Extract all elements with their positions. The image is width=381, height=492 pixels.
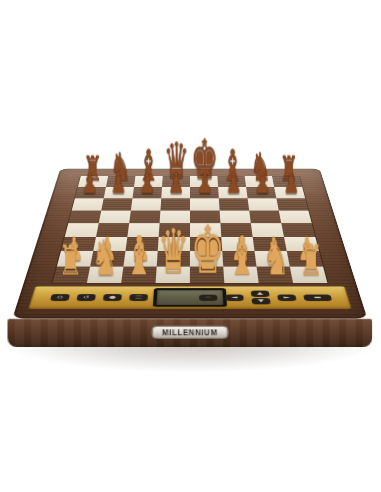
square-f8[interactable]: [217, 176, 246, 187]
right-arrow-icon: ►: [283, 295, 290, 299]
square-e6[interactable]: [190, 198, 220, 210]
control-panel: ⊙↺●☰▭ −◄▲▼►▬: [28, 286, 352, 309]
dot-icon: ●: [109, 295, 117, 299]
square-h2[interactable]: [287, 251, 323, 266]
square-a6[interactable]: [72, 198, 104, 210]
lcd-screen: [156, 290, 223, 305]
down-arrow-icon: ▼: [258, 299, 265, 303]
left-arrow-icon: ◄: [231, 295, 237, 299]
undo-icon: ↺: [83, 295, 90, 299]
square-g1[interactable]: [257, 267, 293, 283]
square-e7[interactable]: [190, 187, 219, 198]
brand-logo: MILLENNIUM: [152, 326, 229, 339]
dash-icon: ▭: [161, 295, 169, 299]
square-d7[interactable]: [161, 187, 190, 198]
square-c7[interactable]: [132, 187, 162, 198]
square-h3[interactable]: [284, 237, 319, 251]
square-h7[interactable]: [274, 187, 305, 198]
button-column: ►: [277, 294, 296, 300]
square-c3[interactable]: [125, 237, 158, 251]
square-g5[interactable]: [249, 211, 281, 224]
square-f7[interactable]: [218, 187, 248, 198]
square-d5[interactable]: [160, 211, 190, 224]
up-arrow-button[interactable]: ▲: [251, 290, 270, 296]
right-arrow-button[interactable]: ►: [277, 294, 296, 300]
square-c2[interactable]: [123, 251, 157, 266]
down-arrow-button[interactable]: ▼: [251, 298, 270, 304]
board-front-edge: MILLENNIUM: [8, 319, 373, 347]
minus-button[interactable]: −: [199, 294, 217, 300]
square-e5[interactable]: [190, 211, 220, 224]
ok-button[interactable]: ▬: [303, 294, 332, 300]
square-f6[interactable]: [219, 198, 249, 210]
square-g4[interactable]: [251, 223, 284, 237]
square-h5[interactable]: [279, 211, 312, 224]
square-a7[interactable]: [75, 187, 106, 198]
square-c5[interactable]: [129, 211, 160, 224]
product-photo: ⊙↺●☰▭ −◄▲▼►▬ MILLENNIUM ♜♞♝♛♚♝♞♜♟♟♟♟♟♟♟♟…: [0, 0, 381, 492]
chess-computer: ⊙↺●☰▭ −◄▲▼►▬ MILLENNIUM ♜♞♝♛♚♝♞♜♟♟♟♟♟♟♟♟…: [12, 169, 367, 319]
menu-icon: ☰: [135, 295, 143, 299]
power-icon: ⊙: [56, 295, 64, 299]
square-b7[interactable]: [104, 187, 134, 198]
square-d4[interactable]: [159, 223, 190, 237]
square-b6[interactable]: [101, 198, 132, 210]
square-f5[interactable]: [220, 211, 251, 224]
square-d8[interactable]: [162, 176, 190, 187]
square-h6[interactable]: [276, 198, 308, 210]
button-column: −: [199, 294, 217, 300]
square-b1[interactable]: [87, 267, 124, 283]
mode-button[interactable]: ▭: [156, 294, 175, 301]
square-h4[interactable]: [281, 223, 315, 237]
square-f2[interactable]: [222, 251, 256, 266]
square-c6[interactable]: [131, 198, 161, 210]
square-e3[interactable]: [190, 237, 222, 251]
scene: ⊙↺●☰▭ −◄▲▼►▬ MILLENNIUM ♜♞♝♛♚♝♞♜♟♟♟♟♟♟♟♟…: [0, 0, 381, 492]
square-f3[interactable]: [221, 237, 254, 251]
square-d2[interactable]: [157, 251, 190, 266]
square-h8[interactable]: [272, 176, 302, 187]
square-d6[interactable]: [160, 198, 190, 210]
board-grid: [53, 176, 328, 283]
square-a5[interactable]: [68, 211, 101, 224]
square-a1[interactable]: [53, 267, 91, 283]
square-a2[interactable]: [57, 251, 93, 266]
takeback-button[interactable]: ↺: [76, 294, 96, 301]
square-a4[interactable]: [65, 223, 99, 237]
square-d1[interactable]: [156, 267, 190, 283]
square-f4[interactable]: [220, 223, 252, 237]
button-column: ◄: [225, 294, 244, 300]
square-e8[interactable]: [190, 176, 218, 187]
square-b2[interactable]: [90, 251, 125, 266]
button-column: ▬: [303, 294, 332, 300]
power-button[interactable]: ⊙: [50, 294, 70, 301]
square-e2[interactable]: [190, 251, 223, 266]
square-g2[interactable]: [255, 251, 290, 266]
hint-button[interactable]: ●: [103, 294, 122, 301]
square-c4[interactable]: [127, 223, 159, 237]
square-c1[interactable]: [121, 267, 156, 283]
left-button-group: ⊙↺●☰▭: [48, 287, 174, 309]
menu-button[interactable]: ☰: [129, 294, 148, 301]
square-b5[interactable]: [99, 211, 131, 224]
ok-icon: ▬: [313, 295, 321, 299]
square-e1[interactable]: [190, 267, 224, 283]
square-f1[interactable]: [223, 267, 258, 283]
square-c8[interactable]: [134, 176, 163, 187]
square-a3[interactable]: [61, 237, 96, 251]
button-column: ▲▼: [251, 290, 271, 304]
square-g8[interactable]: [245, 176, 274, 187]
square-d3[interactable]: [158, 237, 190, 251]
left-arrow-button[interactable]: ◄: [225, 294, 244, 300]
board-surface: ⊙↺●☰▭ −◄▲▼►▬: [12, 169, 367, 319]
square-e4[interactable]: [190, 223, 221, 237]
square-b4[interactable]: [96, 223, 129, 237]
square-a8[interactable]: [78, 176, 108, 187]
square-h1[interactable]: [290, 267, 328, 283]
right-button-group: −◄▲▼►▬: [199, 287, 334, 309]
minus-icon: −: [205, 295, 212, 299]
square-g6[interactable]: [248, 198, 279, 210]
up-arrow-icon: ▲: [257, 292, 264, 296]
square-g3[interactable]: [253, 237, 287, 251]
square-b3[interactable]: [93, 237, 127, 251]
square-b8[interactable]: [106, 176, 135, 187]
lcd-display: [153, 288, 227, 306]
square-g7[interactable]: [246, 187, 276, 198]
